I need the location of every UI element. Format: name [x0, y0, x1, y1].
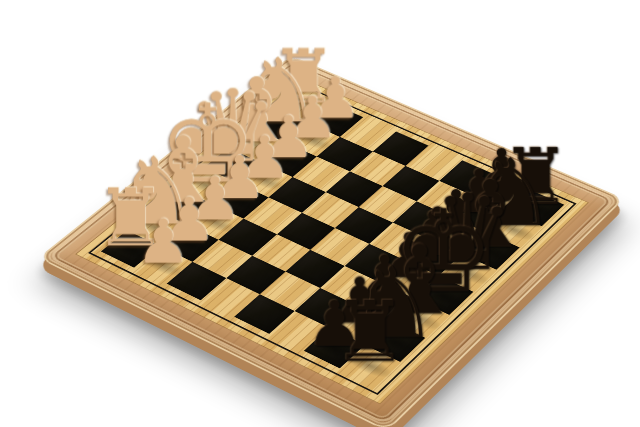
white-pawn[interactable]: ♟ — [136, 211, 191, 272]
black-rook[interactable]: ♜ — [332, 291, 407, 375]
board-wooden-frame: ♜♞♝♛♚♝♞♜♟♟♟♟♟♟♟♟♟♟♟♟♟♟♟♟♜♞♝♛♚♝♞♜ — [38, 56, 624, 427]
board-pieces: ♜♞♝♛♚♝♞♜♟♟♟♟♟♟♟♟♟♟♟♟♟♟♟♟♜♞♝♛♚♝♞♜ — [101, 89, 564, 385]
board-veneer: ♜♞♝♛♚♝♞♜♟♟♟♟♟♟♟♟♟♟♟♟♟♟♟♟♜♞♝♛♚♝♞♜ — [75, 75, 589, 404]
playfield-border-line: ♜♞♝♛♚♝♞♜♟♟♟♟♟♟♟♟♟♟♟♟♟♟♟♟♜♞♝♛♚♝♞♜ — [88, 82, 577, 395]
perspective-view: ♜♞♝♛♚♝♞♜♟♟♟♟♟♟♟♟♟♟♟♟♟♟♟♟♜♞♝♛♚♝♞♜ — [0, 0, 640, 427]
chess-board: ♜♞♝♛♚♝♞♜♟♟♟♟♟♟♟♟♟♟♟♟♟♟♟♟♜♞♝♛♚♝♞♜ — [38, 56, 624, 427]
chess-set-photo: ♜♞♝♛♚♝♞♜♟♟♟♟♟♟♟♟♟♟♟♟♟♟♟♟♜♞♝♛♚♝♞♜ — [0, 0, 640, 427]
